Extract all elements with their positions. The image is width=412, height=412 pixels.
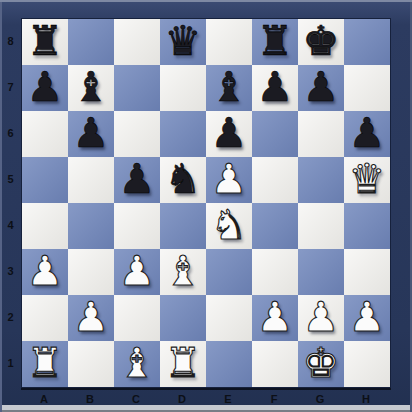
square-d1[interactable]: ♜ [160, 341, 206, 387]
white-knight[interactable]: ♞ [211, 205, 248, 246]
square-d7[interactable] [160, 65, 206, 111]
square-f3[interactable] [252, 249, 298, 295]
square-f8[interactable]: ♜ [252, 19, 298, 65]
file-label-g: G [297, 391, 343, 407]
square-d8[interactable]: ♛ [160, 19, 206, 65]
square-f2[interactable]: ♟ [252, 295, 298, 341]
file-label-b: B [67, 391, 113, 407]
square-b4[interactable] [68, 203, 114, 249]
black-bishop[interactable]: ♝ [211, 67, 248, 108]
square-a4[interactable] [22, 203, 68, 249]
white-bishop[interactable]: ♝ [119, 343, 156, 384]
black-pawn[interactable]: ♟ [303, 67, 340, 108]
black-pawn[interactable]: ♟ [211, 113, 248, 154]
file-label-a: A [21, 391, 67, 407]
square-a2[interactable] [22, 295, 68, 341]
square-h7[interactable] [344, 65, 390, 111]
square-h6[interactable]: ♟ [344, 111, 390, 157]
black-pawn[interactable]: ♟ [119, 159, 156, 200]
square-h2[interactable]: ♟ [344, 295, 390, 341]
white-bishop[interactable]: ♝ [165, 251, 202, 292]
square-f1[interactable] [252, 341, 298, 387]
square-b8[interactable] [68, 19, 114, 65]
black-bishop[interactable]: ♝ [73, 67, 110, 108]
white-pawn[interactable]: ♟ [257, 297, 294, 338]
square-a7[interactable]: ♟ [22, 65, 68, 111]
square-g6[interactable] [298, 111, 344, 157]
black-rook[interactable]: ♜ [257, 21, 294, 62]
square-g5[interactable] [298, 157, 344, 203]
square-e3[interactable] [206, 249, 252, 295]
square-c3[interactable]: ♟ [114, 249, 160, 295]
white-pawn[interactable]: ♟ [73, 297, 110, 338]
square-e8[interactable] [206, 19, 252, 65]
square-b2[interactable]: ♟ [68, 295, 114, 341]
square-d2[interactable] [160, 295, 206, 341]
white-pawn[interactable]: ♟ [211, 159, 248, 200]
black-rook[interactable]: ♜ [27, 21, 64, 62]
file-label-h: H [343, 391, 389, 407]
square-f6[interactable] [252, 111, 298, 157]
square-h8[interactable] [344, 19, 390, 65]
square-a8[interactable]: ♜ [22, 19, 68, 65]
square-h5[interactable]: ♛ [344, 157, 390, 203]
square-b1[interactable] [68, 341, 114, 387]
white-pawn[interactable]: ♟ [303, 297, 340, 338]
white-pawn[interactable]: ♟ [119, 251, 156, 292]
square-g2[interactable]: ♟ [298, 295, 344, 341]
black-pawn[interactable]: ♟ [27, 67, 64, 108]
square-f7[interactable]: ♟ [252, 65, 298, 111]
square-g7[interactable]: ♟ [298, 65, 344, 111]
square-e4[interactable]: ♞ [206, 203, 252, 249]
rank-label-5: 5 [0, 156, 21, 202]
rank-label-8: 8 [0, 18, 21, 64]
rank-label-3: 3 [0, 248, 21, 294]
square-c4[interactable] [114, 203, 160, 249]
black-pawn[interactable]: ♟ [257, 67, 294, 108]
square-c1[interactable]: ♝ [114, 341, 160, 387]
file-label-c: C [113, 391, 159, 407]
white-pawn[interactable]: ♟ [349, 297, 386, 338]
square-a1[interactable]: ♜ [22, 341, 68, 387]
square-b6[interactable]: ♟ [68, 111, 114, 157]
file-labels: ABCDEFGH [21, 391, 389, 407]
square-b5[interactable] [68, 157, 114, 203]
rank-label-2: 2 [0, 294, 21, 340]
file-label-d: D [159, 391, 205, 407]
chess-board: ♜♛♜♚♟♝♝♟♟♟♟♟♟♞♟♛♞♟♟♝♟♟♟♟♜♝♜♚ [21, 18, 391, 388]
square-b3[interactable] [68, 249, 114, 295]
square-e2[interactable] [206, 295, 252, 341]
square-c7[interactable] [114, 65, 160, 111]
square-c5[interactable]: ♟ [114, 157, 160, 203]
square-e1[interactable] [206, 341, 252, 387]
square-a3[interactable]: ♟ [22, 249, 68, 295]
black-pawn[interactable]: ♟ [349, 113, 386, 154]
square-c6[interactable] [114, 111, 160, 157]
square-a6[interactable] [22, 111, 68, 157]
square-g3[interactable] [298, 249, 344, 295]
square-a5[interactable] [22, 157, 68, 203]
square-c8[interactable] [114, 19, 160, 65]
white-queen[interactable]: ♛ [349, 159, 386, 200]
square-h3[interactable] [344, 249, 390, 295]
square-h4[interactable] [344, 203, 390, 249]
white-king[interactable]: ♚ [303, 343, 340, 384]
square-d5[interactable]: ♞ [160, 157, 206, 203]
rank-label-1: 1 [0, 340, 21, 386]
chess-board-frame: 87654321 ♜♛♜♚♟♝♝♟♟♟♟♟♟♞♟♛♞♟♟♝♟♟♟♟♜♝♜♚ AB… [0, 0, 412, 412]
square-g8[interactable]: ♚ [298, 19, 344, 65]
square-d4[interactable] [160, 203, 206, 249]
black-queen[interactable]: ♛ [165, 21, 202, 62]
square-e5[interactable]: ♟ [206, 157, 252, 203]
black-knight[interactable]: ♞ [165, 159, 202, 200]
square-f4[interactable] [252, 203, 298, 249]
square-b7[interactable]: ♝ [68, 65, 114, 111]
rank-label-4: 4 [0, 202, 21, 248]
square-g1[interactable]: ♚ [298, 341, 344, 387]
file-label-e: E [205, 391, 251, 407]
square-e7[interactable]: ♝ [206, 65, 252, 111]
white-pawn[interactable]: ♟ [27, 251, 64, 292]
square-g4[interactable] [298, 203, 344, 249]
file-label-f: F [251, 391, 297, 407]
square-c2[interactable] [114, 295, 160, 341]
rank-labels: 87654321 [0, 18, 21, 386]
black-pawn[interactable]: ♟ [73, 113, 110, 154]
white-rook[interactable]: ♜ [27, 343, 64, 384]
square-d3[interactable]: ♝ [160, 249, 206, 295]
square-d6[interactable] [160, 111, 206, 157]
white-rook[interactable]: ♜ [165, 343, 202, 384]
square-f5[interactable] [252, 157, 298, 203]
square-e6[interactable]: ♟ [206, 111, 252, 157]
rank-label-7: 7 [0, 64, 21, 110]
square-h1[interactable] [344, 341, 390, 387]
rank-label-6: 6 [0, 110, 21, 156]
black-king[interactable]: ♚ [303, 21, 340, 62]
